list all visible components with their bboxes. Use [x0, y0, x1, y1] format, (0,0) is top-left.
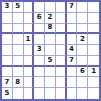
cell-r1c7[interactable]: 7	[67, 2, 78, 13]
cell-r8c4[interactable]	[34, 77, 45, 88]
cell-r7c1[interactable]	[2, 67, 13, 78]
cell-r9c9[interactable]	[88, 88, 99, 99]
cell-r6c4[interactable]	[34, 56, 45, 67]
cell-r6c6[interactable]	[56, 56, 67, 67]
cell-r5c6[interactable]	[56, 45, 67, 56]
cell-r7c7[interactable]	[67, 67, 78, 78]
cell-r3c6[interactable]	[56, 24, 67, 35]
cell-r1c6[interactable]	[56, 2, 67, 13]
cell-r8c3[interactable]	[24, 77, 35, 88]
cell-r4c3[interactable]: 1	[24, 34, 35, 45]
cell-r8c8[interactable]	[77, 77, 88, 88]
cell-r2c5[interactable]: 2	[45, 13, 56, 24]
cell-r8c1[interactable]: 7	[2, 77, 13, 88]
cell-r9c6[interactable]	[56, 88, 67, 99]
cell-r7c4[interactable]	[34, 67, 45, 78]
cell-r2c1[interactable]	[2, 13, 13, 24]
cell-r3c5[interactable]: 8	[45, 24, 56, 35]
cell-r5c1[interactable]	[2, 45, 13, 56]
cell-r6c5[interactable]: 5	[45, 56, 56, 67]
cell-r7c3[interactable]	[24, 67, 35, 78]
cell-r5c4[interactable]: 3	[34, 45, 45, 56]
cell-r8c2[interactable]: 8	[13, 77, 24, 88]
cell-r5c8[interactable]	[77, 45, 88, 56]
cell-r8c6[interactable]	[56, 77, 67, 88]
cell-r5c2[interactable]	[13, 45, 24, 56]
cell-r3c7[interactable]	[67, 24, 78, 35]
cell-r4c6[interactable]	[56, 34, 67, 45]
cell-r2c8[interactable]	[77, 13, 88, 24]
cell-r9c5[interactable]	[45, 88, 56, 99]
cell-r6c1[interactable]	[2, 56, 13, 67]
cell-r1c9[interactable]	[88, 2, 99, 13]
cell-r7c5[interactable]	[45, 67, 56, 78]
cell-r9c7[interactable]	[67, 88, 78, 99]
cell-r2c2[interactable]	[13, 13, 24, 24]
cell-r2c9[interactable]	[88, 13, 99, 24]
cell-r5c3[interactable]	[24, 45, 35, 56]
cell-r5c9[interactable]	[88, 45, 99, 56]
cell-r1c4[interactable]	[34, 2, 45, 13]
cell-r2c3[interactable]	[24, 13, 35, 24]
cell-r9c4[interactable]	[34, 88, 45, 99]
cell-r3c2[interactable]	[13, 24, 24, 35]
cell-r1c3[interactable]	[24, 2, 35, 13]
cell-r9c8[interactable]	[77, 88, 88, 99]
cell-r3c9[interactable]	[88, 24, 99, 35]
cell-r4c9[interactable]	[88, 34, 99, 45]
cell-r6c2[interactable]	[13, 56, 24, 67]
cell-r6c8[interactable]	[77, 56, 88, 67]
cell-r8c5[interactable]	[45, 77, 56, 88]
cell-r5c7[interactable]: 4	[67, 45, 78, 56]
cell-r6c7[interactable]: 7	[67, 56, 78, 67]
cell-r9c3[interactable]	[24, 88, 35, 99]
cell-r3c8[interactable]	[77, 24, 88, 35]
cell-r7c2[interactable]	[13, 67, 24, 78]
cell-r4c4[interactable]	[34, 34, 45, 45]
cell-r1c2[interactable]: 5	[13, 2, 24, 13]
cell-r4c2[interactable]	[13, 34, 24, 45]
cell-r1c8[interactable]	[77, 2, 88, 13]
cell-r8c9[interactable]	[88, 77, 99, 88]
cell-r7c8[interactable]: 6	[77, 67, 88, 78]
cell-r3c1[interactable]	[2, 24, 13, 35]
cell-r6c3[interactable]	[24, 56, 35, 67]
cell-r8c7[interactable]	[67, 77, 78, 88]
cell-r7c9[interactable]: 1	[88, 67, 99, 78]
cell-r4c5[interactable]	[45, 34, 56, 45]
cell-r5c5[interactable]	[45, 45, 56, 56]
sudoku-board: 35762812345761785	[0, 0, 101, 101]
cell-r1c5[interactable]	[45, 2, 56, 13]
cell-r9c2[interactable]	[13, 88, 24, 99]
cell-r3c4[interactable]	[34, 24, 45, 35]
cell-r2c6[interactable]	[56, 13, 67, 24]
cell-r9c1[interactable]: 5	[2, 88, 13, 99]
cell-r4c8[interactable]: 2	[77, 34, 88, 45]
cell-r7c6[interactable]	[56, 67, 67, 78]
cell-r4c1[interactable]	[2, 34, 13, 45]
cell-r2c4[interactable]: 6	[34, 13, 45, 24]
cell-r2c7[interactable]	[67, 13, 78, 24]
cell-r6c9[interactable]	[88, 56, 99, 67]
cell-r3c3[interactable]	[24, 24, 35, 35]
cell-r4c7[interactable]	[67, 34, 78, 45]
cell-r1c1[interactable]: 3	[2, 2, 13, 13]
